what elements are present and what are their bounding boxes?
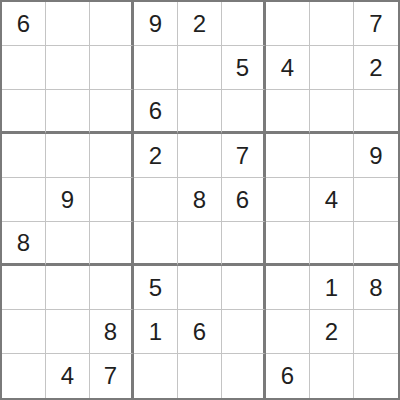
cell-r1c4[interactable]: 9 — [134, 2, 178, 46]
cell-r9c1[interactable] — [2, 354, 46, 398]
cell-r2c3[interactable] — [90, 46, 134, 90]
cell-r4c3[interactable] — [90, 134, 134, 178]
cell-r6c5[interactable] — [178, 222, 222, 266]
cell-r7c1[interactable] — [2, 266, 46, 310]
cell-r8c1[interactable] — [2, 310, 46, 354]
cell-r7c8[interactable]: 1 — [310, 266, 354, 310]
cell-r3c2[interactable] — [46, 90, 90, 134]
cell-r7c3[interactable] — [90, 266, 134, 310]
cell-r3c5[interactable] — [178, 90, 222, 134]
cell-r3c9[interactable] — [354, 90, 398, 134]
cell-r9c3[interactable]: 7 — [90, 354, 134, 398]
cell-r3c8[interactable] — [310, 90, 354, 134]
cell-r6c1[interactable]: 8 — [2, 222, 46, 266]
cell-r4c2[interactable] — [46, 134, 90, 178]
cell-r9c5[interactable] — [178, 354, 222, 398]
cell-r8c2[interactable] — [46, 310, 90, 354]
cell-r7c6[interactable] — [222, 266, 266, 310]
cell-r8c4[interactable]: 1 — [134, 310, 178, 354]
cell-r9c7[interactable]: 6 — [266, 354, 310, 398]
cell-r3c4[interactable]: 6 — [134, 90, 178, 134]
cell-r3c7[interactable] — [266, 90, 310, 134]
cell-r3c1[interactable] — [2, 90, 46, 134]
cell-r9c9[interactable] — [354, 354, 398, 398]
cell-r8c3[interactable]: 8 — [90, 310, 134, 354]
cell-r2c6[interactable]: 5 — [222, 46, 266, 90]
cell-r1c7[interactable] — [266, 2, 310, 46]
cell-r3c6[interactable] — [222, 90, 266, 134]
sudoku-board: 69275426279986485188162476 — [0, 0, 400, 400]
cell-r7c9[interactable]: 8 — [354, 266, 398, 310]
cell-r4c6[interactable]: 7 — [222, 134, 266, 178]
cell-r6c8[interactable] — [310, 222, 354, 266]
cell-r1c2[interactable] — [46, 2, 90, 46]
cell-r6c3[interactable] — [90, 222, 134, 266]
cell-r2c1[interactable] — [2, 46, 46, 90]
cell-r1c8[interactable] — [310, 2, 354, 46]
cell-r7c2[interactable] — [46, 266, 90, 310]
cell-r5c6[interactable]: 6 — [222, 178, 266, 222]
cell-r2c2[interactable] — [46, 46, 90, 90]
cell-r6c2[interactable] — [46, 222, 90, 266]
cell-r6c6[interactable] — [222, 222, 266, 266]
cell-r8c5[interactable]: 6 — [178, 310, 222, 354]
cell-r4c9[interactable]: 9 — [354, 134, 398, 178]
cell-r2c7[interactable]: 4 — [266, 46, 310, 90]
cell-r4c4[interactable]: 2 — [134, 134, 178, 178]
cell-r5c5[interactable]: 8 — [178, 178, 222, 222]
cell-r9c6[interactable] — [222, 354, 266, 398]
cell-r4c8[interactable] — [310, 134, 354, 178]
cell-r4c1[interactable] — [2, 134, 46, 178]
cell-r4c5[interactable] — [178, 134, 222, 178]
cell-r2c8[interactable] — [310, 46, 354, 90]
cell-r6c7[interactable] — [266, 222, 310, 266]
cell-r1c1[interactable]: 6 — [2, 2, 46, 46]
cell-r3c3[interactable] — [90, 90, 134, 134]
cell-r1c5[interactable]: 2 — [178, 2, 222, 46]
cell-r2c4[interactable] — [134, 46, 178, 90]
cell-r2c9[interactable]: 2 — [354, 46, 398, 90]
cell-r5c1[interactable] — [2, 178, 46, 222]
cell-r8c9[interactable] — [354, 310, 398, 354]
cell-r5c9[interactable] — [354, 178, 398, 222]
cell-r4c7[interactable] — [266, 134, 310, 178]
cell-r5c8[interactable]: 4 — [310, 178, 354, 222]
cell-r5c7[interactable] — [266, 178, 310, 222]
cell-r7c4[interactable]: 5 — [134, 266, 178, 310]
cell-r1c9[interactable]: 7 — [354, 2, 398, 46]
cell-r8c7[interactable] — [266, 310, 310, 354]
cell-r5c2[interactable]: 9 — [46, 178, 90, 222]
cell-r7c5[interactable] — [178, 266, 222, 310]
cell-r9c2[interactable]: 4 — [46, 354, 90, 398]
cell-r7c7[interactable] — [266, 266, 310, 310]
cell-r9c4[interactable] — [134, 354, 178, 398]
cell-r1c6[interactable] — [222, 2, 266, 46]
cell-r1c3[interactable] — [90, 2, 134, 46]
cell-r2c5[interactable] — [178, 46, 222, 90]
cell-r9c8[interactable] — [310, 354, 354, 398]
cell-r8c6[interactable] — [222, 310, 266, 354]
cell-r8c8[interactable]: 2 — [310, 310, 354, 354]
cell-r6c9[interactable] — [354, 222, 398, 266]
cell-r5c3[interactable] — [90, 178, 134, 222]
cell-r6c4[interactable] — [134, 222, 178, 266]
cell-r5c4[interactable] — [134, 178, 178, 222]
